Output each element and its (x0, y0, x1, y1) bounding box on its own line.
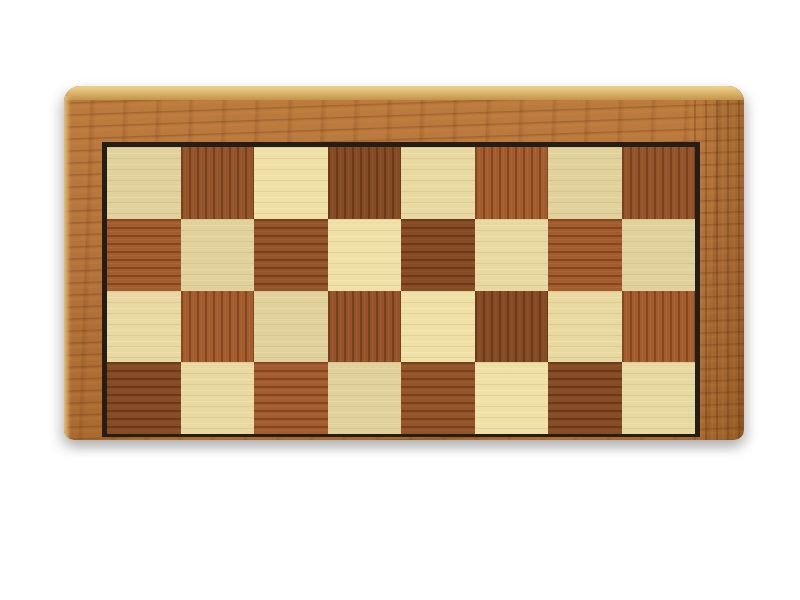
board-square-r1-c1[interactable] (107, 147, 181, 219)
board-square-r4-c7[interactable] (548, 362, 622, 434)
board-frame (64, 86, 744, 440)
board-square-r3-c5[interactable] (401, 291, 475, 363)
board-square-r2-c3[interactable] (254, 219, 328, 291)
board-square-r2-c4[interactable] (328, 219, 402, 291)
board-square-r3-c8[interactable] (622, 291, 696, 363)
board-square-r3-c2[interactable] (181, 291, 255, 363)
board-square-r4-c4[interactable] (328, 362, 402, 434)
board-square-r2-c5[interactable] (401, 219, 475, 291)
board-square-r4-c3[interactable] (254, 362, 328, 434)
board-square-r3-c7[interactable] (548, 291, 622, 363)
board-square-r2-c8[interactable] (622, 219, 696, 291)
board-square-r4-c8[interactable] (622, 362, 696, 434)
board-grid (107, 147, 695, 434)
photo-background (0, 0, 800, 600)
chess-board (64, 86, 744, 440)
board-square-r3-c6[interactable] (475, 291, 549, 363)
board-square-r1-c2[interactable] (181, 147, 255, 219)
board-square-r4-c5[interactable] (401, 362, 475, 434)
board-square-r2-c1[interactable] (107, 219, 181, 291)
board-square-r1-c6[interactable] (475, 147, 549, 219)
board-square-r4-c1[interactable] (107, 362, 181, 434)
board-square-r2-c2[interactable] (181, 219, 255, 291)
black-inlay-border (102, 142, 700, 437)
board-square-r3-c1[interactable] (107, 291, 181, 363)
board-square-r1-c8[interactable] (622, 147, 696, 219)
board-square-r2-c6[interactable] (475, 219, 549, 291)
board-square-r1-c7[interactable] (548, 147, 622, 219)
board-square-r1-c3[interactable] (254, 147, 328, 219)
board-square-r1-c4[interactable] (328, 147, 402, 219)
board-top-bevel-edge (64, 86, 744, 100)
board-square-r4-c2[interactable] (181, 362, 255, 434)
board-square-r1-c5[interactable] (401, 147, 475, 219)
board-left-edge-highlight (64, 96, 71, 440)
board-square-r3-c4[interactable] (328, 291, 402, 363)
board-square-r2-c7[interactable] (548, 219, 622, 291)
board-square-r3-c3[interactable] (254, 291, 328, 363)
board-square-r4-c6[interactable] (475, 362, 549, 434)
